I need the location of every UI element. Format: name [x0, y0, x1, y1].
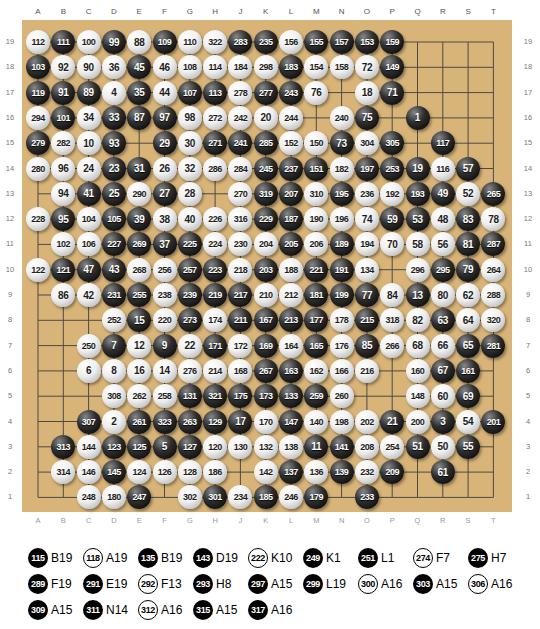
move-number: 188 [284, 264, 298, 274]
row-label-right-12: 12 [518, 214, 538, 224]
stone-A15: 279 [26, 131, 50, 155]
stone-K17: 277 [254, 81, 278, 105]
stone-Q7: 68 [406, 334, 430, 358]
move-number: 28 [185, 188, 196, 199]
move-number: 278 [234, 87, 248, 97]
move-number: 197 [360, 163, 374, 173]
move-number: 225 [183, 239, 197, 249]
caption-coordinate: A15 [436, 577, 457, 591]
caption-stone: 249 [303, 548, 323, 568]
stone-D3: 123 [102, 435, 126, 459]
col-label-bottom-G: G [180, 516, 200, 526]
stone-C3: 144 [77, 435, 101, 459]
move-number: 58 [412, 238, 423, 249]
move-number: 248 [82, 492, 96, 502]
move-number: 260 [335, 391, 349, 401]
move-number: 21 [387, 416, 398, 427]
move-number: 163 [284, 365, 298, 375]
move-number: 204 [259, 239, 273, 249]
move-number: 219 [208, 290, 222, 300]
stone-N4: 198 [330, 410, 354, 434]
stone-H16: 272 [203, 106, 227, 130]
caption-coordinate: A19 [106, 551, 127, 565]
stone-R13: 49 [431, 182, 455, 206]
move-number: 94 [58, 188, 69, 199]
move-number: 55 [463, 441, 474, 452]
move-number: 5 [162, 441, 167, 452]
move-number: 160 [411, 365, 425, 375]
caption-stone: 306 [468, 574, 488, 594]
move-number: 64 [463, 314, 474, 325]
stone-K16: 20 [254, 106, 278, 130]
stone-H19: 322 [203, 30, 227, 54]
stone-S7: 65 [456, 334, 480, 358]
row-label-right-9: 9 [518, 290, 538, 300]
move-number: 71 [387, 87, 398, 98]
stone-E6: 16 [127, 359, 151, 383]
move-number: 95 [58, 213, 69, 224]
col-label-bottom-H: H [205, 516, 225, 526]
move-number: 96 [58, 163, 69, 174]
move-number: 185 [259, 492, 273, 502]
stone-K15: 285 [254, 131, 278, 155]
row-label-left-14: 14 [0, 164, 20, 174]
stone-D19: 99 [102, 30, 126, 54]
caption-coordinate: L1 [381, 551, 394, 565]
caption-move-311: 311N14 [83, 600, 138, 620]
move-number: 6 [86, 365, 91, 376]
stone-L13: 207 [279, 182, 303, 206]
move-number: 120 [208, 441, 222, 451]
stone-Q8: 82 [406, 308, 430, 332]
caption-stone: 297 [248, 574, 268, 594]
move-number: 131 [183, 391, 197, 401]
move-number: 214 [208, 365, 222, 375]
row-label-right-17: 17 [518, 88, 538, 98]
caption-coordinate: A16 [491, 577, 512, 591]
caption-move-291: 291E19 [83, 574, 138, 594]
move-number: 15 [134, 314, 145, 325]
move-number: 31 [134, 163, 145, 174]
move-number: 57 [463, 163, 474, 174]
move-number: 189 [335, 239, 349, 249]
stone-O19: 153 [355, 30, 379, 54]
stone-F14: 26 [153, 157, 177, 181]
move-number: 259 [310, 391, 324, 401]
move-number: 161 [461, 365, 475, 375]
move-number: 122 [31, 264, 45, 274]
stone-L19: 156 [279, 30, 303, 54]
move-number: 242 [234, 112, 248, 122]
row-label-right-14: 14 [518, 164, 538, 174]
stone-O9: 77 [355, 283, 379, 307]
caption-stone: 311 [83, 600, 103, 620]
move-number: 127 [183, 441, 197, 451]
move-number: 265 [487, 188, 501, 198]
move-number: 191 [335, 264, 349, 274]
stone-Q14: 19 [406, 157, 430, 181]
stone-N6: 166 [330, 359, 354, 383]
stone-L14: 237 [279, 157, 303, 181]
stone-J4: 17 [228, 410, 252, 434]
stone-O15: 304 [355, 131, 379, 155]
stone-C10: 47 [77, 258, 101, 282]
move-number: 100 [82, 37, 96, 47]
move-number: 32 [185, 163, 196, 174]
move-number: 162 [310, 365, 324, 375]
caption-coordinate: F7 [436, 551, 450, 565]
stone-R6: 67 [431, 359, 455, 383]
caption-move-list: 115B19118A19135B19143D19222K10249K1251L1… [28, 545, 533, 623]
move-number: 19 [412, 163, 423, 174]
move-number: 103 [31, 62, 45, 72]
col-label-bottom-T: T [483, 516, 503, 526]
row-label-left-1: 1 [0, 492, 20, 502]
move-number: 153 [360, 37, 374, 47]
move-number: 75 [362, 112, 373, 123]
move-number: 173 [259, 391, 273, 401]
caption-stone: 222 [248, 548, 268, 568]
move-number: 294 [31, 112, 45, 122]
move-number: 183 [284, 62, 298, 72]
row-label-right-11: 11 [518, 239, 538, 249]
move-number: 198 [335, 416, 349, 426]
move-number: 123 [107, 441, 121, 451]
move-number: 56 [438, 238, 449, 249]
caption-coordinate: F19 [51, 577, 72, 591]
move-number: 29 [159, 137, 170, 148]
move-number: 280 [31, 163, 45, 173]
stone-F7: 9 [153, 334, 177, 358]
stone-H12: 226 [203, 207, 227, 231]
move-number: 221 [310, 264, 324, 274]
stone-G6: 276 [178, 359, 202, 383]
move-number: 215 [360, 315, 374, 325]
stone-N13: 195 [330, 182, 354, 206]
move-number: 45 [134, 61, 145, 72]
move-number: 38 [159, 213, 170, 224]
stone-N2: 139 [330, 460, 354, 484]
move-number: 247 [132, 492, 146, 502]
caption-coordinate: K1 [326, 551, 341, 565]
move-number: 262 [132, 391, 146, 401]
caption-coordinate: B19 [161, 551, 182, 565]
move-number: 170 [259, 416, 273, 426]
caption-stone: 312 [138, 600, 158, 620]
move-number: 104 [82, 214, 96, 224]
stone-O16: 75 [355, 106, 379, 130]
col-label-top-R: R [433, 7, 453, 17]
move-number: 62 [463, 289, 474, 300]
col-label-bottom-K: K [256, 516, 276, 526]
stone-G10: 257 [178, 258, 202, 282]
col-label-top-C: C [79, 7, 99, 17]
move-number: 228 [31, 214, 45, 224]
move-number: 63 [438, 314, 449, 325]
stone-K1: 185 [254, 485, 278, 509]
move-number: 128 [183, 467, 197, 477]
caption-move-306: 306A16 [468, 574, 523, 594]
move-number: 257 [183, 264, 197, 274]
stone-C2: 146 [77, 460, 101, 484]
row-label-left-9: 9 [0, 290, 20, 300]
move-number: 154 [310, 62, 324, 72]
move-number: 211 [234, 315, 247, 325]
row-label-left-16: 16 [0, 113, 20, 123]
move-number: 207 [284, 188, 298, 198]
move-number: 271 [208, 138, 222, 148]
move-number: 132 [259, 441, 273, 451]
row-label-right-18: 18 [518, 62, 538, 72]
move-number: 243 [284, 87, 298, 97]
stone-C7: 250 [77, 334, 101, 358]
stone-J10: 218 [228, 258, 252, 282]
row-label-right-16: 16 [518, 113, 538, 123]
stone-R12: 48 [431, 207, 455, 231]
move-number: 25 [109, 188, 120, 199]
stone-C12: 104 [77, 207, 101, 231]
move-number: 217 [234, 290, 248, 300]
col-label-bottom-M: M [306, 516, 326, 526]
stone-E4: 261 [127, 410, 151, 434]
move-number: 53 [412, 213, 423, 224]
row-label-left-13: 13 [0, 189, 20, 199]
caption-move-300: 300A16 [358, 574, 413, 594]
move-number: 313 [57, 441, 71, 451]
caption-move-293: 293H8 [193, 574, 248, 594]
row-label-right-19: 19 [518, 37, 538, 47]
col-label-top-E: E [129, 7, 149, 17]
move-number: 48 [438, 213, 449, 224]
stone-B17: 91 [51, 81, 75, 105]
stone-K9: 210 [254, 283, 278, 307]
stone-G15: 30 [178, 131, 202, 155]
caption-move-274: 274F7 [413, 548, 468, 568]
row-label-left-3: 3 [0, 442, 20, 452]
stone-D14: 23 [102, 157, 126, 181]
move-number: 2 [111, 416, 116, 427]
stone-C11: 106 [77, 232, 101, 256]
caption-stone: 303 [413, 574, 433, 594]
stone-O12: 74 [355, 207, 379, 231]
stone-T7: 281 [481, 334, 505, 358]
stone-B14: 96 [51, 157, 75, 181]
move-number: 142 [259, 467, 273, 477]
row-label-left-4: 4 [0, 417, 20, 427]
move-number: 11 [311, 441, 321, 452]
stone-P4: 21 [380, 410, 404, 434]
move-number: 279 [31, 138, 45, 148]
move-number: 16 [134, 365, 145, 376]
stone-F4: 323 [153, 410, 177, 434]
row-label-left-6: 6 [0, 366, 20, 376]
stone-K18: 298 [254, 55, 278, 79]
caption-coordinate: A16 [381, 577, 402, 591]
col-label-top-H: H [205, 7, 225, 17]
stone-P14: 253 [380, 157, 404, 181]
stone-G3: 127 [178, 435, 202, 459]
stone-E9: 255 [127, 283, 151, 307]
stone-K2: 142 [254, 460, 278, 484]
move-number: 83 [463, 213, 474, 224]
move-number: 229 [259, 214, 273, 224]
stone-O2: 232 [355, 460, 379, 484]
col-label-top-D: D [104, 7, 124, 17]
stone-G17: 107 [178, 81, 202, 105]
move-number: 87 [134, 112, 145, 123]
stone-L2: 137 [279, 460, 303, 484]
stone-L4: 147 [279, 410, 303, 434]
stone-A16: 294 [26, 106, 50, 130]
stone-H14: 286 [203, 157, 227, 181]
stone-L5: 133 [279, 384, 303, 408]
stone-J7: 172 [228, 334, 252, 358]
stone-N10: 191 [330, 258, 354, 282]
move-number: 150 [310, 138, 324, 148]
stone-H2: 186 [203, 460, 227, 484]
move-number: 88 [134, 36, 145, 47]
stone-H6: 214 [203, 359, 227, 383]
caption-coordinate: H7 [491, 551, 506, 565]
move-number: 267 [259, 365, 273, 375]
move-number: 59 [387, 213, 398, 224]
move-number: 213 [284, 315, 298, 325]
move-number: 144 [82, 441, 96, 451]
move-number: 269 [132, 239, 146, 249]
move-number: 92 [58, 61, 69, 72]
stone-N3: 141 [330, 435, 354, 459]
stone-L16: 244 [279, 106, 303, 130]
stone-L10: 188 [279, 258, 303, 282]
move-number: 77 [362, 289, 373, 300]
stone-P3: 254 [380, 435, 404, 459]
move-number: 174 [208, 315, 222, 325]
caption-move-309: 309A15 [28, 600, 83, 620]
move-number: 240 [335, 112, 349, 122]
move-number: 241 [234, 138, 248, 148]
stone-C15: 10 [77, 131, 101, 155]
caption-coordinate: A15 [216, 603, 237, 617]
move-number: 307 [82, 416, 96, 426]
stone-K13: 319 [254, 182, 278, 206]
col-label-top-T: T [483, 7, 503, 17]
caption-move-115: 115B19 [28, 548, 83, 568]
stone-F19: 109 [153, 30, 177, 54]
move-number: 9 [162, 340, 167, 351]
move-number: 206 [310, 239, 324, 249]
go-kifu-diagram: AABBCCDDEEFFGGHHJJKKLLMMNNOOPPQQRRSSTT19… [0, 0, 540, 629]
stone-P13: 192 [380, 182, 404, 206]
caption-stone: 291 [83, 574, 103, 594]
stone-T10: 264 [481, 258, 505, 282]
move-number: 321 [208, 391, 222, 401]
move-number: 177 [310, 315, 324, 325]
row-label-left-2: 2 [0, 467, 20, 477]
stone-F9: 238 [153, 283, 177, 307]
stone-C6: 6 [77, 359, 101, 383]
stone-O10: 134 [355, 258, 379, 282]
stone-Q6: 160 [406, 359, 430, 383]
move-number: 149 [385, 62, 399, 72]
stone-C9: 42 [77, 283, 101, 307]
col-label-top-A: A [28, 7, 48, 17]
stone-J17: 278 [228, 81, 252, 105]
move-number: 76 [311, 87, 322, 98]
move-number: 287 [487, 239, 501, 249]
move-number: 171 [208, 340, 222, 350]
move-number: 166 [335, 365, 349, 375]
row-label-left-5: 5 [0, 391, 20, 401]
caption-move-299: 299L19 [303, 574, 358, 594]
move-number: 78 [488, 213, 499, 224]
stone-A17: 119 [26, 81, 50, 105]
move-number: 91 [58, 87, 69, 98]
stone-M4: 140 [304, 410, 328, 434]
stone-K7: 169 [254, 334, 278, 358]
caption-stone: 143 [193, 548, 213, 568]
move-number: 233 [360, 492, 374, 502]
move-number: 147 [284, 416, 298, 426]
move-number: 69 [463, 390, 474, 401]
col-label-bottom-J: J [230, 516, 250, 526]
move-number: 126 [158, 467, 172, 477]
stone-N9: 199 [330, 283, 354, 307]
stone-S14: 57 [456, 157, 480, 181]
move-number: 200 [411, 416, 425, 426]
stone-G8: 273 [178, 308, 202, 332]
stone-H9: 219 [203, 283, 227, 307]
move-number: 105 [107, 214, 121, 224]
col-label-top-M: M [306, 7, 326, 17]
move-number: 12 [134, 340, 145, 351]
move-number: 290 [132, 188, 146, 198]
move-number: 192 [385, 188, 399, 198]
stone-C4: 307 [77, 410, 101, 434]
stone-C14: 24 [77, 157, 101, 181]
move-number: 129 [208, 416, 222, 426]
move-number: 186 [208, 467, 222, 477]
stone-H7: 171 [203, 334, 227, 358]
move-number: 140 [310, 416, 324, 426]
move-number: 302 [183, 492, 197, 502]
stone-A12: 228 [26, 207, 50, 231]
move-number: 130 [234, 441, 248, 451]
stone-R10: 295 [431, 258, 455, 282]
stone-J14: 284 [228, 157, 252, 181]
stone-N16: 240 [330, 106, 354, 130]
move-number: 51 [412, 441, 423, 452]
stone-R2: 61 [431, 460, 455, 484]
stone-E3: 125 [127, 435, 151, 459]
stone-G14: 32 [178, 157, 202, 181]
stone-M17: 76 [304, 81, 328, 105]
stone-N5: 260 [330, 384, 354, 408]
stone-E19: 88 [127, 30, 151, 54]
move-number: 208 [360, 441, 374, 451]
stone-F18: 46 [153, 55, 177, 79]
stone-S6: 161 [456, 359, 480, 383]
stone-N15: 73 [330, 131, 354, 155]
caption-stone: 115 [28, 548, 48, 568]
move-number: 190 [310, 214, 324, 224]
caption-coordinate: L19 [326, 577, 346, 591]
move-number: 237 [284, 163, 298, 173]
caption-move-249: 249K1 [303, 548, 358, 568]
move-number: 180 [107, 492, 121, 502]
move-number: 165 [310, 340, 324, 350]
stone-R7: 66 [431, 334, 455, 358]
col-label-bottom-D: D [104, 516, 124, 526]
